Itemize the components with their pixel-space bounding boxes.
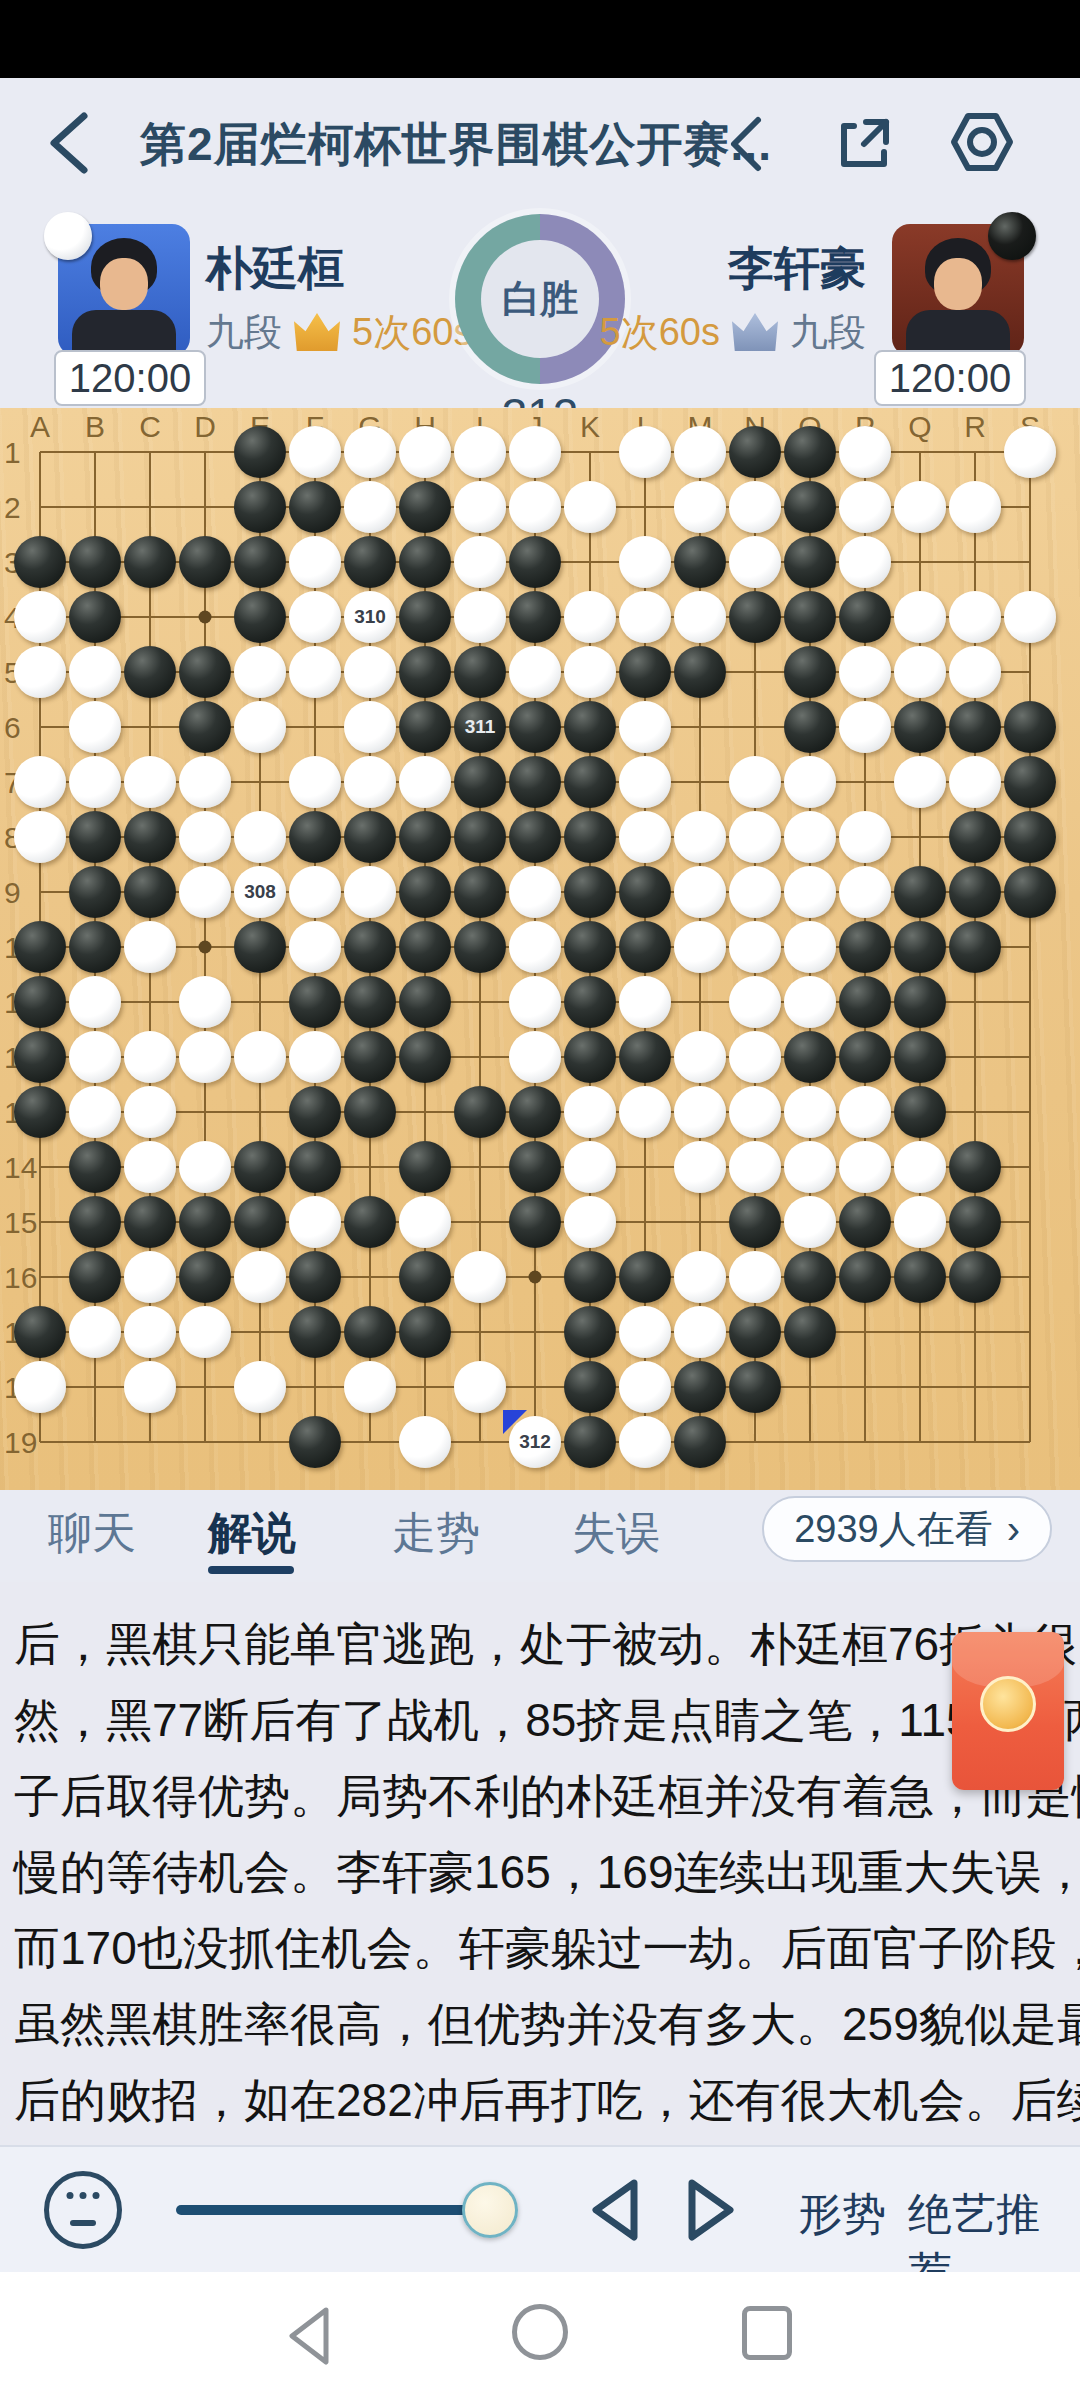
- row-label-14: 14: [4, 1151, 40, 1185]
- stone-white-C18: [124, 1361, 176, 1413]
- stone-white-Q7: [894, 756, 946, 808]
- stone-black-I7: [454, 756, 506, 808]
- commentary-line: 慢的等待机会。李轩豪165，169连续出现重大失误，然: [14, 1834, 1070, 1910]
- stone-white-D12: [179, 1031, 231, 1083]
- right-timer: 120:00: [874, 350, 1026, 406]
- stone-white-K13: [564, 1086, 616, 1138]
- stone-white-D17: [179, 1306, 231, 1358]
- stone-black-G8: [344, 811, 396, 863]
- stone-white-E9: 308: [234, 866, 286, 918]
- stone-black-B4: [69, 591, 121, 643]
- stone-black-A11: [14, 976, 66, 1028]
- stone-white-M8: [674, 811, 726, 863]
- black-stone-badge: [988, 212, 1036, 260]
- stone-black-J7: [509, 756, 561, 808]
- stone-black-E10: [234, 921, 286, 973]
- stone-white-R4: [949, 591, 1001, 643]
- col-label-Q: Q: [905, 410, 935, 444]
- stone-black-P16: [839, 1251, 891, 1303]
- stone-white-F7: [289, 756, 341, 808]
- move-number-311: 311: [454, 701, 506, 753]
- stone-white-C7: [124, 756, 176, 808]
- commentary-line: 子后取得优势。局势不利的朴廷桓并没有着急，而是慢: [14, 1758, 1070, 1834]
- stone-white-O14: [784, 1141, 836, 1193]
- stone-black-H12: [399, 1031, 451, 1083]
- stone-black-B8: [69, 811, 121, 863]
- stone-white-B7: [69, 756, 121, 808]
- stone-white-F3: [289, 536, 341, 588]
- stone-black-J13: [509, 1086, 561, 1138]
- stone-black-E2: [234, 481, 286, 533]
- stone-black-F17: [289, 1306, 341, 1358]
- stone-black-J14: [509, 1141, 561, 1193]
- stone-white-D14: [179, 1141, 231, 1193]
- stone-white-N13: [729, 1086, 781, 1138]
- stone-black-H9: [399, 866, 451, 918]
- tab-commentary[interactable]: 解说: [208, 1504, 296, 1563]
- stone-black-O17: [784, 1306, 836, 1358]
- stone-white-O13: [784, 1086, 836, 1138]
- stone-white-N12: [729, 1031, 781, 1083]
- stone-black-N1: [729, 426, 781, 478]
- stone-white-M1: [674, 426, 726, 478]
- stone-black-H8: [399, 811, 451, 863]
- stone-black-P12: [839, 1031, 891, 1083]
- stone-white-I1: [454, 426, 506, 478]
- stone-white-L17: [619, 1306, 671, 1358]
- next-move-button[interactable]: [676, 2175, 742, 2245]
- stone-black-K19: [564, 1416, 616, 1468]
- stone-white-A18: [14, 1361, 66, 1413]
- stone-white-D8: [179, 811, 231, 863]
- move-number-310: 310: [344, 591, 396, 643]
- row-label-6: 6: [4, 711, 40, 745]
- stone-black-C15: [124, 1196, 176, 1248]
- stone-black-E1: [234, 426, 286, 478]
- stone-black-D5: [179, 646, 231, 698]
- stone-black-Q10: [894, 921, 946, 973]
- stone-white-I4: [454, 591, 506, 643]
- stone-black-Q11: [894, 976, 946, 1028]
- stone-black-J15: [509, 1196, 561, 1248]
- stone-white-C16: [124, 1251, 176, 1303]
- stone-black-F19: [289, 1416, 341, 1468]
- stone-white-P9: [839, 866, 891, 918]
- commentary-line: 后，黑棋只能单官逃跑，处于被动。朴廷桓76扳头很突: [14, 1606, 1070, 1682]
- stone-white-I16: [454, 1251, 506, 1303]
- left-player-rank-row: 九段 5次60s: [206, 306, 472, 358]
- app-screen: 第2届烂柯杯世界围棋公开赛... 朴廷桓 九段 5次60s 120:00 白胜: [0, 0, 1080, 2400]
- stone-black-O5: [784, 646, 836, 698]
- record-icon[interactable]: [948, 108, 1016, 176]
- stone-white-B6: [69, 701, 121, 753]
- tab-bar: 聊天 解说 走势 失误 2939人在看 ›: [0, 1490, 1080, 1582]
- stone-white-J2: [509, 481, 561, 533]
- go-board[interactable]: A1B2C3D4E5F6G7H8I9J10K11L12M13N14O15P16Q…: [0, 408, 1080, 1490]
- stone-black-K12: [564, 1031, 616, 1083]
- stone-white-N11: [729, 976, 781, 1028]
- stone-white-N8: [729, 811, 781, 863]
- stone-black-J8: [509, 811, 561, 863]
- stone-black-D6: [179, 701, 231, 753]
- stone-black-B14: [69, 1141, 121, 1193]
- left-byoyomi: 5次60s: [352, 307, 472, 358]
- shape-button[interactable]: 形势: [798, 2185, 886, 2244]
- stone-black-B15: [69, 1196, 121, 1248]
- stone-white-L3: [619, 536, 671, 588]
- stone-black-K6: [564, 701, 616, 753]
- stone-black-F8: [289, 811, 341, 863]
- stone-white-G5: [344, 646, 396, 698]
- left-timer: 120:00: [54, 350, 206, 406]
- stone-black-B10: [69, 921, 121, 973]
- row-label-15: 15: [4, 1206, 40, 1240]
- stone-white-L19: [619, 1416, 671, 1468]
- stone-black-H10: [399, 921, 451, 973]
- tab-chat[interactable]: 聊天: [48, 1504, 136, 1563]
- stone-white-B12: [69, 1031, 121, 1083]
- stone-black-F2: [289, 481, 341, 533]
- stone-white-L11: [619, 976, 671, 1028]
- stone-black-C3: [124, 536, 176, 588]
- android-home-icon[interactable]: [512, 2304, 568, 2360]
- stone-black-K7: [564, 756, 616, 808]
- stone-black-O4: [784, 591, 836, 643]
- stone-white-H7: [399, 756, 451, 808]
- left-player-name: 朴廷桓: [206, 238, 344, 300]
- viewers-pill[interactable]: 2939人在看 ›: [762, 1496, 1052, 1562]
- stone-white-L6: [619, 701, 671, 753]
- stone-black-Q6: [894, 701, 946, 753]
- stone-white-A7: [14, 756, 66, 808]
- stone-white-J11: [509, 976, 561, 1028]
- stone-white-J9: [509, 866, 561, 918]
- stone-white-A4: [14, 591, 66, 643]
- stone-white-P8: [839, 811, 891, 863]
- stone-white-M12: [674, 1031, 726, 1083]
- stone-black-M5: [674, 646, 726, 698]
- right-rank: 九段: [790, 307, 866, 358]
- active-tab-underline: [208, 1566, 294, 1574]
- stone-white-M14: [674, 1141, 726, 1193]
- stone-white-B13: [69, 1086, 121, 1138]
- stone-white-J5: [509, 646, 561, 698]
- stone-black-L10: [619, 921, 671, 973]
- stone-black-M18: [674, 1361, 726, 1413]
- stone-white-E12: [234, 1031, 286, 1083]
- stone-black-K11: [564, 976, 616, 1028]
- right-player-rank-row: 5次60s 九段: [600, 306, 866, 358]
- stone-white-G1: [344, 426, 396, 478]
- tab-mistakes[interactable]: 失误: [572, 1504, 660, 1563]
- winrate-label: 白胜: [481, 240, 599, 358]
- stone-white-L4: [619, 591, 671, 643]
- stone-black-Q13: [894, 1086, 946, 1138]
- stone-white-F12: [289, 1031, 341, 1083]
- stone-white-F10: [289, 921, 341, 973]
- share-icon[interactable]: [832, 110, 896, 174]
- stone-white-D7: [179, 756, 231, 808]
- stone-white-A8: [14, 811, 66, 863]
- col-label-B: B: [80, 410, 110, 444]
- stone-white-B11: [69, 976, 121, 1028]
- stone-white-P6: [839, 701, 891, 753]
- stone-white-M17: [674, 1306, 726, 1358]
- stone-black-Q9: [894, 866, 946, 918]
- stone-white-H1: [399, 426, 451, 478]
- stone-black-I13: [454, 1086, 506, 1138]
- stone-white-Q5: [894, 646, 946, 698]
- stone-black-R9: [949, 866, 1001, 918]
- stone-white-C12: [124, 1031, 176, 1083]
- stone-white-F9: [289, 866, 341, 918]
- stone-black-O3: [784, 536, 836, 588]
- stone-white-F1: [289, 426, 341, 478]
- stone-black-S9: [1004, 866, 1056, 918]
- stone-black-H4: [399, 591, 451, 643]
- stone-black-N17: [729, 1306, 781, 1358]
- stone-white-G4: 310: [344, 591, 396, 643]
- stone-white-G2: [344, 481, 396, 533]
- col-label-D: D: [190, 410, 220, 444]
- stone-white-E8: [234, 811, 286, 863]
- stone-black-S7: [1004, 756, 1056, 808]
- stone-black-A13: [14, 1086, 66, 1138]
- stone-white-L18: [619, 1361, 671, 1413]
- stone-black-R14: [949, 1141, 1001, 1193]
- stone-black-I9: [454, 866, 506, 918]
- stone-black-H2: [399, 481, 451, 533]
- stone-white-F5: [289, 646, 341, 698]
- stone-black-J4: [509, 591, 561, 643]
- stone-white-N9: [729, 866, 781, 918]
- android-back-icon[interactable]: [278, 2302, 342, 2370]
- stone-white-R2: [949, 481, 1001, 533]
- stone-white-P3: [839, 536, 891, 588]
- stone-white-K5: [564, 646, 616, 698]
- stone-black-M3: [674, 536, 726, 588]
- stone-white-O7: [784, 756, 836, 808]
- stone-black-M19: [674, 1416, 726, 1468]
- stone-black-H14: [399, 1141, 451, 1193]
- stone-white-S4: [1004, 591, 1056, 643]
- stone-black-G3: [344, 536, 396, 588]
- stone-white-B17: [69, 1306, 121, 1358]
- stone-white-D9: [179, 866, 231, 918]
- stone-white-O11: [784, 976, 836, 1028]
- stone-white-O10: [784, 921, 836, 973]
- tab-trend[interactable]: 走势: [392, 1504, 480, 1563]
- stone-white-N7: [729, 756, 781, 808]
- stone-black-O1: [784, 426, 836, 478]
- stone-black-B3: [69, 536, 121, 588]
- stone-white-C14: [124, 1141, 176, 1193]
- stone-white-N16: [729, 1251, 781, 1303]
- commentary-line: 虽然黑棋胜率很高，但优势并没有多大。259貌似是最: [14, 1986, 1070, 2062]
- stone-black-N15: [729, 1196, 781, 1248]
- stone-black-E14: [234, 1141, 286, 1193]
- stone-black-H3: [399, 536, 451, 588]
- stone-black-E4: [234, 591, 286, 643]
- stone-white-P13: [839, 1086, 891, 1138]
- move-slider-knob[interactable]: [462, 2182, 518, 2238]
- row-label-2: 2: [4, 491, 40, 525]
- stone-white-M9: [674, 866, 726, 918]
- winrate-gauge: 白胜: [455, 214, 625, 384]
- stone-black-L5: [619, 646, 671, 698]
- right-player-name: 李轩豪: [728, 238, 866, 300]
- stone-white-N3: [729, 536, 781, 588]
- commentary-panel: 后，黑棋只能单官逃跑，处于被动。朴廷桓76扳头很突然，黑77断后有了战机，85挤…: [0, 1582, 1080, 2145]
- stone-black-G10: [344, 921, 396, 973]
- bottom-toolbar: 形势 绝艺推荐: [0, 2145, 1080, 2272]
- stone-black-H11: [399, 976, 451, 1028]
- stone-white-M13: [674, 1086, 726, 1138]
- white-stone-badge: [44, 212, 92, 260]
- commentary-line: 然，黑77断后有了战机，85挤是点睛之笔，115吃掉两: [14, 1682, 1070, 1758]
- stone-black-C9: [124, 866, 176, 918]
- android-navbar: [0, 2272, 1080, 2400]
- stone-black-O2: [784, 481, 836, 533]
- stone-black-P4: [839, 591, 891, 643]
- stone-white-O8: [784, 811, 836, 863]
- stone-black-G15: [344, 1196, 396, 1248]
- stone-white-C17: [124, 1306, 176, 1358]
- back-icon[interactable]: [40, 108, 100, 178]
- stone-black-A10: [14, 921, 66, 973]
- stone-white-S1: [1004, 426, 1056, 478]
- stone-black-I10: [454, 921, 506, 973]
- stone-black-H6: [399, 701, 451, 753]
- stone-white-J1: [509, 426, 561, 478]
- chevron-right-icon: ›: [1007, 1507, 1020, 1552]
- stone-black-G12: [344, 1031, 396, 1083]
- stone-black-B16: [69, 1251, 121, 1303]
- stone-white-K4: [564, 591, 616, 643]
- stone-black-E15: [234, 1196, 286, 1248]
- left-rank: 九段: [206, 307, 282, 358]
- stone-black-R15: [949, 1196, 1001, 1248]
- stone-black-A12: [14, 1031, 66, 1083]
- stone-white-Q15: [894, 1196, 946, 1248]
- move-number-308: 308: [234, 866, 286, 918]
- stone-white-M16: [674, 1251, 726, 1303]
- stone-white-R7: [949, 756, 1001, 808]
- stone-black-P11: [839, 976, 891, 1028]
- red-envelope-icon[interactable]: [952, 1632, 1064, 1790]
- stone-black-S6: [1004, 701, 1056, 753]
- stone-white-R5: [949, 646, 1001, 698]
- stone-white-L1: [619, 426, 671, 478]
- stone-black-F11: [289, 976, 341, 1028]
- stone-black-C8: [124, 811, 176, 863]
- right-byoyomi: 5次60s: [600, 307, 720, 358]
- stone-black-P15: [839, 1196, 891, 1248]
- stone-black-L9: [619, 866, 671, 918]
- stone-white-L7: [619, 756, 671, 808]
- stone-black-N18: [729, 1361, 781, 1413]
- collapse-icon[interactable]: [722, 114, 772, 174]
- stone-black-A17: [14, 1306, 66, 1358]
- stone-black-O12: [784, 1031, 836, 1083]
- stone-white-K2: [564, 481, 616, 533]
- stone-black-O6: [784, 701, 836, 753]
- stone-black-I6: 311: [454, 701, 506, 753]
- stone-white-J10: [509, 921, 561, 973]
- header: 第2届烂柯杯世界围棋公开赛...: [0, 78, 1080, 210]
- stone-white-F4: [289, 591, 341, 643]
- stone-black-S8: [1004, 811, 1056, 863]
- col-label-C: C: [135, 410, 165, 444]
- prev-move-button[interactable]: [584, 2175, 650, 2245]
- commentary-line: 后的败招，如在282冲后再打吃，还有很大机会。后续: [14, 2062, 1070, 2138]
- stone-black-P10: [839, 921, 891, 973]
- stone-white-O9: [784, 866, 836, 918]
- stone-white-I3: [454, 536, 506, 588]
- gold-coin-icon: [980, 1676, 1036, 1732]
- stone-white-H15: [399, 1196, 451, 1248]
- col-label-R: R: [960, 410, 990, 444]
- stone-black-R10: [949, 921, 1001, 973]
- stone-white-K15: [564, 1196, 616, 1248]
- stone-black-K16: [564, 1251, 616, 1303]
- stone-white-N10: [729, 921, 781, 973]
- stone-black-K8: [564, 811, 616, 863]
- stone-black-G17: [344, 1306, 396, 1358]
- stone-white-J19: 312: [509, 1416, 561, 1468]
- stone-black-C5: [124, 646, 176, 698]
- stone-black-R6: [949, 701, 1001, 753]
- stone-black-I5: [454, 646, 506, 698]
- stone-white-G18: [344, 1361, 396, 1413]
- silver-crown-icon: [732, 313, 778, 351]
- stone-white-M4: [674, 591, 726, 643]
- stone-white-B5: [69, 646, 121, 698]
- stone-white-F15: [289, 1196, 341, 1248]
- stone-black-N4: [729, 591, 781, 643]
- row-label-19: 19: [4, 1426, 40, 1460]
- stone-white-G9: [344, 866, 396, 918]
- stone-black-J6: [509, 701, 561, 753]
- stone-black-H5: [399, 646, 451, 698]
- stone-black-F14: [289, 1141, 341, 1193]
- stone-black-F16: [289, 1251, 341, 1303]
- stone-black-R16: [949, 1251, 1001, 1303]
- stone-white-Q4: [894, 591, 946, 643]
- stone-black-F13: [289, 1086, 341, 1138]
- stone-black-E3: [234, 536, 286, 588]
- stone-black-D3: [179, 536, 231, 588]
- players-strip: 朴廷桓 九段 5次60s 120:00 白胜 312 5次60s 九段 李轩豪 …: [0, 210, 1080, 408]
- gold-crown-icon: [294, 313, 340, 351]
- stone-white-P14: [839, 1141, 891, 1193]
- stone-white-P1: [839, 426, 891, 478]
- keyboard-icon[interactable]: [44, 2171, 122, 2249]
- stone-white-I18: [454, 1361, 506, 1413]
- stone-white-E5: [234, 646, 286, 698]
- stone-white-Q14: [894, 1141, 946, 1193]
- stone-black-A3: [14, 536, 66, 588]
- row-label-16: 16: [4, 1261, 40, 1295]
- stone-black-Q12: [894, 1031, 946, 1083]
- stone-black-K9: [564, 866, 616, 918]
- stone-white-O15: [784, 1196, 836, 1248]
- stone-black-G13: [344, 1086, 396, 1138]
- stone-white-G6: [344, 701, 396, 753]
- stone-white-I2: [454, 481, 506, 533]
- android-recents-icon[interactable]: [742, 2306, 792, 2360]
- stone-white-A5: [14, 646, 66, 698]
